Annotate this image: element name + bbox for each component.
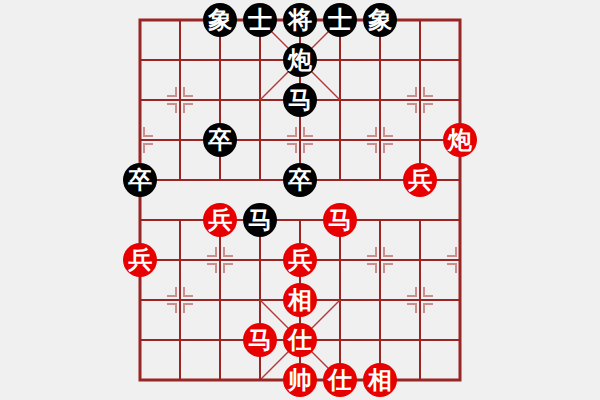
board-point-0-7[interactable]	[120, 280, 160, 320]
board-point-2-4[interactable]	[200, 160, 240, 200]
piece-black-horse[interactable]: 马	[283, 83, 317, 117]
board-point-1-4[interactable]	[160, 160, 200, 200]
board-point-3-7[interactable]	[240, 280, 280, 320]
board-point-0-6[interactable]: 兵	[120, 240, 160, 280]
board-point-8-5[interactable]	[440, 200, 480, 240]
board-point-0-5[interactable]	[120, 200, 160, 240]
board-point-3-3[interactable]	[240, 120, 280, 160]
board-point-0-1[interactable]	[120, 40, 160, 80]
board-point-4-0[interactable]: 将	[280, 0, 320, 40]
board-point-4-9[interactable]: 帅	[280, 360, 320, 400]
board-point-1-5[interactable]	[160, 200, 200, 240]
board-point-0-9[interactable]	[120, 360, 160, 400]
piece-black-advisor[interactable]: 士	[243, 3, 277, 37]
piece-red-general[interactable]: 帅	[283, 363, 317, 397]
board-point-6-2[interactable]	[360, 80, 400, 120]
board-point-4-5[interactable]	[280, 200, 320, 240]
board-point-8-6[interactable]	[440, 240, 480, 280]
board-point-3-1[interactable]	[240, 40, 280, 80]
board-point-1-6[interactable]	[160, 240, 200, 280]
board-point-2-9[interactable]	[200, 360, 240, 400]
piece-black-general[interactable]: 将	[283, 3, 317, 37]
piece-red-soldier[interactable]: 兵	[123, 243, 157, 277]
board-point-0-3[interactable]	[120, 120, 160, 160]
board-point-6-8[interactable]	[360, 320, 400, 360]
piece-black-soldier[interactable]: 卒	[283, 163, 317, 197]
board-point-0-0[interactable]	[120, 0, 160, 40]
board-point-4-2[interactable]: 马	[280, 80, 320, 120]
board-point-7-2[interactable]	[400, 80, 440, 120]
board-point-2-3[interactable]: 卒	[200, 120, 240, 160]
board-point-2-5[interactable]: 兵	[200, 200, 240, 240]
board-point-6-3[interactable]	[360, 120, 400, 160]
board-point-7-0[interactable]	[400, 0, 440, 40]
board-point-7-6[interactable]	[400, 240, 440, 280]
board-point-7-9[interactable]	[400, 360, 440, 400]
board-point-2-2[interactable]	[200, 80, 240, 120]
piece-red-soldier[interactable]: 兵	[203, 203, 237, 237]
board-point-5-0[interactable]: 士	[320, 0, 360, 40]
board-point-7-8[interactable]	[400, 320, 440, 360]
board-point-2-0[interactable]: 象	[200, 0, 240, 40]
piece-red-elephant[interactable]: 相	[283, 283, 317, 317]
board-point-4-6[interactable]: 兵	[280, 240, 320, 280]
board-point-2-6[interactable]	[200, 240, 240, 280]
board-point-1-2[interactable]	[160, 80, 200, 120]
piece-red-soldier[interactable]: 兵	[403, 163, 437, 197]
board-point-7-3[interactable]	[400, 120, 440, 160]
board-point-8-3[interactable]: 炮	[440, 120, 480, 160]
board-point-5-7[interactable]	[320, 280, 360, 320]
board-point-5-5[interactable]: 马	[320, 200, 360, 240]
piece-black-soldier[interactable]: 卒	[203, 123, 237, 157]
board-point-3-8[interactable]: 马	[240, 320, 280, 360]
board-point-5-1[interactable]	[320, 40, 360, 80]
board-point-7-4[interactable]: 兵	[400, 160, 440, 200]
board-point-5-3[interactable]	[320, 120, 360, 160]
board-point-2-8[interactable]	[200, 320, 240, 360]
board-point-4-1[interactable]: 炮	[280, 40, 320, 80]
board-point-3-5[interactable]: 马	[240, 200, 280, 240]
board-point-7-7[interactable]	[400, 280, 440, 320]
board-point-4-3[interactable]	[280, 120, 320, 160]
board-point-4-4[interactable]: 卒	[280, 160, 320, 200]
board-point-6-4[interactable]	[360, 160, 400, 200]
board-point-2-7[interactable]	[200, 280, 240, 320]
board-point-3-2[interactable]	[240, 80, 280, 120]
board-point-4-8[interactable]: 仕	[280, 320, 320, 360]
board-point-1-3[interactable]	[160, 120, 200, 160]
piece-red-cannon[interactable]: 炮	[443, 123, 477, 157]
piece-black-horse[interactable]: 马	[243, 203, 277, 237]
board-point-5-4[interactable]	[320, 160, 360, 200]
piece-black-elephant[interactable]: 象	[363, 3, 397, 37]
board-point-8-9[interactable]	[440, 360, 480, 400]
board-point-6-0[interactable]: 象	[360, 0, 400, 40]
board-point-5-9[interactable]: 仕	[320, 360, 360, 400]
xiangqi-board[interactable]: 象士将士象炮马卒炮卒卒兵兵马马兵兵相马仕帅仕相	[120, 0, 480, 400]
board-point-1-9[interactable]	[160, 360, 200, 400]
piece-red-horse[interactable]: 马	[243, 323, 277, 357]
board-point-8-0[interactable]	[440, 0, 480, 40]
board-point-8-8[interactable]	[440, 320, 480, 360]
board-point-4-7[interactable]: 相	[280, 280, 320, 320]
piece-red-elephant[interactable]: 相	[363, 363, 397, 397]
piece-red-horse[interactable]: 马	[323, 203, 357, 237]
board-point-6-7[interactable]	[360, 280, 400, 320]
piece-red-advisor[interactable]: 仕	[283, 323, 317, 357]
board-point-7-1[interactable]	[400, 40, 440, 80]
piece-black-advisor[interactable]: 士	[323, 3, 357, 37]
board-point-6-6[interactable]	[360, 240, 400, 280]
board-point-6-1[interactable]	[360, 40, 400, 80]
piece-red-soldier[interactable]: 兵	[283, 243, 317, 277]
board-point-3-9[interactable]	[240, 360, 280, 400]
xiangqi-app: 象士将士象炮马卒炮卒卒兵兵马马兵兵相马仕帅仕相	[0, 0, 600, 400]
board-point-7-5[interactable]	[400, 200, 440, 240]
board-point-0-2[interactable]	[120, 80, 160, 120]
board-point-5-6[interactable]	[320, 240, 360, 280]
board-point-6-9[interactable]: 相	[360, 360, 400, 400]
piece-black-elephant[interactable]: 象	[203, 3, 237, 37]
board-point-8-1[interactable]	[440, 40, 480, 80]
board-point-3-4[interactable]	[240, 160, 280, 200]
board-point-8-4[interactable]	[440, 160, 480, 200]
piece-red-advisor[interactable]: 仕	[323, 363, 357, 397]
piece-black-soldier[interactable]: 卒	[123, 163, 157, 197]
board-point-0-4[interactable]: 卒	[120, 160, 160, 200]
board-point-8-7[interactable]	[440, 280, 480, 320]
board-point-1-1[interactable]	[160, 40, 200, 80]
board-point-1-7[interactable]	[160, 280, 200, 320]
board-point-8-2[interactable]	[440, 80, 480, 120]
board-point-5-2[interactable]	[320, 80, 360, 120]
board-point-1-8[interactable]	[160, 320, 200, 360]
board-point-2-1[interactable]	[200, 40, 240, 80]
board-point-5-8[interactable]	[320, 320, 360, 360]
board-point-0-8[interactable]	[120, 320, 160, 360]
board-point-3-6[interactable]	[240, 240, 280, 280]
board-point-3-0[interactable]: 士	[240, 0, 280, 40]
piece-black-cannon[interactable]: 炮	[283, 43, 317, 77]
board-point-1-0[interactable]	[160, 0, 200, 40]
board-point-6-5[interactable]	[360, 200, 400, 240]
